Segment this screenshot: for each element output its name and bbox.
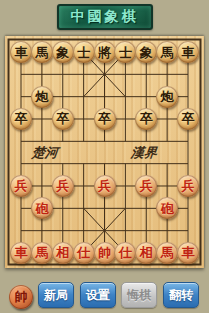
piece-black[interactable]: 卒: [10, 108, 32, 130]
piece-red[interactable]: 馬: [156, 242, 178, 264]
piece-red[interactable]: 車: [177, 242, 199, 264]
piece-black[interactable]: 車: [10, 41, 32, 63]
turn-indicator-piece: 帥: [9, 285, 33, 309]
piece-red[interactable]: 兵: [52, 175, 74, 197]
piece-black[interactable]: 將: [94, 41, 116, 63]
piece-black[interactable]: 炮: [31, 86, 53, 108]
piece-black[interactable]: 炮: [156, 86, 178, 108]
piece-red[interactable]: 仕: [73, 242, 95, 264]
button-new-game[interactable]: 新局: [38, 282, 74, 308]
piece-red[interactable]: 帥: [94, 242, 116, 264]
river-label-right: 漢界: [130, 144, 182, 162]
app-title: 中國象棋: [71, 8, 139, 26]
board[interactable]: 楚河 漢界 車馬象士將士象馬車炮炮卒卒卒卒卒兵兵兵兵兵砲砲車馬相仕帥仕相馬車: [5, 36, 204, 268]
piece-red[interactable]: 馬: [31, 242, 53, 264]
button-flip[interactable]: 翻转: [163, 282, 199, 308]
button-settings[interactable]: 设置: [80, 282, 116, 308]
piece-black[interactable]: 卒: [52, 108, 74, 130]
title-banner: 中國象棋: [57, 4, 153, 30]
piece-red[interactable]: 兵: [94, 175, 116, 197]
app-screen: 中國象棋 楚河 漢界 車馬象士將士象馬車炮炮卒卒卒卒卒兵兵兵兵兵砲砲車馬相仕帥仕…: [0, 0, 209, 313]
piece-red[interactable]: 兵: [177, 175, 199, 197]
river-label-left: 楚河: [31, 144, 83, 162]
button-undo[interactable]: 悔棋: [121, 282, 157, 308]
piece-black[interactable]: 士: [73, 41, 95, 63]
piece-black[interactable]: 卒: [177, 108, 199, 130]
piece-red[interactable]: 車: [10, 242, 32, 264]
piece-black[interactable]: 馬: [156, 41, 178, 63]
toolbar: 新局设置悔棋翻转: [38, 282, 199, 308]
piece-red[interactable]: 兵: [10, 175, 32, 197]
piece-black[interactable]: 卒: [94, 108, 116, 130]
piece-black[interactable]: 象: [52, 41, 74, 63]
piece-black[interactable]: 馬: [31, 41, 53, 63]
piece-black[interactable]: 車: [177, 41, 199, 63]
piece-red[interactable]: 相: [52, 242, 74, 264]
